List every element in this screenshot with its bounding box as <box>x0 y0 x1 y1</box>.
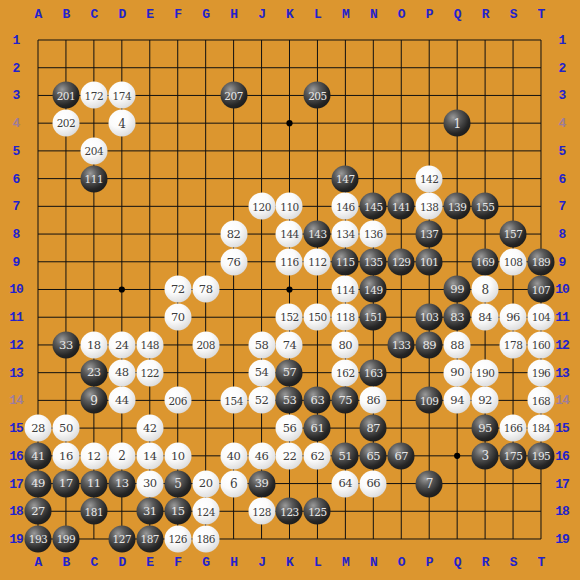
move-number: 58 <box>255 339 269 351</box>
stone-S8[interactable]: 157 <box>500 221 527 248</box>
stone-C6[interactable]: 111 <box>80 165 107 192</box>
row-label-right: 12 <box>555 337 569 352</box>
stone-S12[interactable]: 178 <box>500 331 527 358</box>
column-label-bottom: M <box>342 555 349 570</box>
column-label-bottom: G <box>202 555 209 570</box>
stone-L16[interactable]: 62 <box>304 442 331 469</box>
move-number: 207 <box>224 90 243 101</box>
row-label-left: 5 <box>13 143 20 158</box>
move-number: 139 <box>448 201 467 212</box>
row-label-right: 4 <box>559 116 566 131</box>
move-number: 152 <box>280 312 299 323</box>
stone-T10[interactable]: 107 <box>527 276 554 303</box>
stone-L14[interactable]: 63 <box>304 387 331 414</box>
stone-H9[interactable]: 76 <box>220 248 247 275</box>
stone-F18[interactable]: 15 <box>164 498 191 525</box>
column-label-top: E <box>146 7 153 22</box>
stone-M16[interactable]: 51 <box>332 442 359 469</box>
stone-N11[interactable]: 151 <box>360 304 387 331</box>
move-number: 138 <box>420 201 439 212</box>
move-number: 135 <box>364 257 383 268</box>
move-number: 95 <box>478 422 492 434</box>
move-number: 186 <box>196 534 215 545</box>
column-label-bottom: S <box>510 555 517 570</box>
column-label-bottom: F <box>174 555 181 570</box>
stone-C14[interactable]: 9 <box>80 387 107 414</box>
move-number: 118 <box>336 312 355 323</box>
column-label-bottom: N <box>370 555 377 570</box>
stone-O9[interactable]: 129 <box>388 248 415 275</box>
move-number: 57 <box>283 367 297 379</box>
move-number: 146 <box>336 201 355 212</box>
column-label-top: P <box>426 7 433 22</box>
move-number: 172 <box>85 90 104 101</box>
stone-K12[interactable]: 74 <box>276 331 303 358</box>
move-number: 114 <box>336 284 355 295</box>
row-label-left: 1 <box>13 33 20 48</box>
row-label-right: 11 <box>555 310 569 325</box>
move-number: 201 <box>57 90 76 101</box>
move-number: 115 <box>336 257 355 268</box>
move-number: 154 <box>224 395 243 406</box>
stone-Q12[interactable]: 88 <box>444 331 471 358</box>
stone-R9[interactable]: 169 <box>472 248 499 275</box>
stone-C12[interactable]: 18 <box>80 331 107 358</box>
move-number: 126 <box>168 534 187 545</box>
column-label-bottom: T <box>538 555 545 570</box>
column-label-bottom: R <box>482 555 489 570</box>
row-label-left: 19 <box>9 531 23 546</box>
move-number: 175 <box>504 451 523 462</box>
stone-N7[interactable]: 145 <box>360 193 387 220</box>
stone-F19[interactable]: 126 <box>164 525 191 552</box>
move-number: 63 <box>311 395 325 407</box>
stone-K9[interactable]: 116 <box>276 248 303 275</box>
stone-G12[interactable]: 208 <box>192 331 219 358</box>
stone-F17[interactable]: 5 <box>164 470 191 497</box>
star-point <box>286 120 292 126</box>
row-label-left: 12 <box>9 337 23 352</box>
move-number: 46 <box>255 450 269 462</box>
stone-B4[interactable]: 202 <box>52 110 79 137</box>
stone-P8[interactable]: 137 <box>416 221 443 248</box>
move-number: 7 <box>426 478 433 490</box>
move-number: 86 <box>366 395 380 407</box>
stone-H16[interactable]: 40 <box>220 442 247 469</box>
move-number: 52 <box>255 395 269 407</box>
move-number: 202 <box>57 118 76 129</box>
column-label-top: K <box>286 7 293 22</box>
stone-L9[interactable]: 112 <box>304 248 331 275</box>
row-label-right: 10 <box>555 282 569 297</box>
row-label-right: 6 <box>559 171 566 186</box>
column-label-bottom: K <box>286 555 293 570</box>
stone-L15[interactable]: 61 <box>304 415 331 442</box>
stone-N13[interactable]: 163 <box>360 359 387 386</box>
stone-Q4[interactable]: 1 <box>444 110 471 137</box>
stone-K7[interactable]: 110 <box>276 193 303 220</box>
move-number: 110 <box>280 201 299 212</box>
move-number: 134 <box>336 229 355 240</box>
row-label-left: 4 <box>13 116 20 131</box>
move-number: 87 <box>366 422 380 434</box>
stone-D4[interactable]: 4 <box>108 110 135 137</box>
move-number: 44 <box>115 395 129 407</box>
stone-J17[interactable]: 39 <box>248 470 275 497</box>
move-number: 88 <box>450 339 464 351</box>
stone-J14[interactable]: 52 <box>248 387 275 414</box>
stone-S15[interactable]: 166 <box>500 415 527 442</box>
stone-C13[interactable]: 23 <box>80 359 107 386</box>
stone-T14[interactable]: 168 <box>527 387 554 414</box>
stone-B15[interactable]: 50 <box>52 415 79 442</box>
move-number: 31 <box>143 506 157 518</box>
stone-D19[interactable]: 127 <box>108 525 135 552</box>
stone-M10[interactable]: 114 <box>332 276 359 303</box>
stone-D3[interactable]: 174 <box>108 82 135 109</box>
stone-N15[interactable]: 87 <box>360 415 387 442</box>
move-number: 104 <box>532 312 551 323</box>
move-number: 14 <box>143 450 157 462</box>
move-number: 11 <box>87 478 101 490</box>
move-number: 193 <box>29 534 48 545</box>
stone-J18[interactable]: 128 <box>248 498 275 525</box>
stone-F10[interactable]: 72 <box>164 276 191 303</box>
stone-F14[interactable]: 206 <box>164 387 191 414</box>
column-label-top: N <box>370 7 377 22</box>
stone-D16[interactable]: 2 <box>108 442 135 469</box>
row-label-right: 15 <box>555 421 569 436</box>
move-number: 116 <box>280 257 299 268</box>
move-number: 111 <box>85 173 104 184</box>
move-number: 147 <box>336 173 355 184</box>
stone-L11[interactable]: 150 <box>304 304 331 331</box>
move-number: 122 <box>140 367 159 378</box>
stone-K14[interactable]: 53 <box>276 387 303 414</box>
stone-R11[interactable]: 84 <box>472 304 499 331</box>
move-number: 133 <box>392 340 411 351</box>
stone-S11[interactable]: 96 <box>500 304 527 331</box>
row-label-left: 11 <box>9 310 23 325</box>
stone-J16[interactable]: 46 <box>248 442 275 469</box>
move-number: 6 <box>230 478 237 490</box>
stone-O16[interactable]: 67 <box>388 442 415 469</box>
stone-M7[interactable]: 146 <box>332 193 359 220</box>
stone-E12[interactable]: 148 <box>136 331 163 358</box>
stone-C18[interactable]: 181 <box>80 498 107 525</box>
column-label-bottom: L <box>314 555 321 570</box>
move-number: 109 <box>420 395 439 406</box>
row-label-right: 8 <box>559 227 566 242</box>
column-label-top: O <box>398 7 405 22</box>
stone-N14[interactable]: 86 <box>360 387 387 414</box>
stone-P11[interactable]: 103 <box>416 304 443 331</box>
stone-P9[interactable]: 101 <box>416 248 443 275</box>
stone-M12[interactable]: 80 <box>332 331 359 358</box>
stone-A16[interactable]: 41 <box>25 442 52 469</box>
move-number: 195 <box>532 451 551 462</box>
move-number: 163 <box>364 367 383 378</box>
move-number: 150 <box>308 312 327 323</box>
move-number: 80 <box>339 339 353 351</box>
move-number: 189 <box>532 257 551 268</box>
stone-C17[interactable]: 11 <box>80 470 107 497</box>
column-label-top: H <box>230 7 237 22</box>
stone-A19[interactable]: 193 <box>25 525 52 552</box>
stone-R14[interactable]: 92 <box>472 387 499 414</box>
stone-C16[interactable]: 12 <box>80 442 107 469</box>
stone-E13[interactable]: 122 <box>136 359 163 386</box>
stone-D17[interactable]: 13 <box>108 470 135 497</box>
move-number: 141 <box>392 201 411 212</box>
move-number: 61 <box>311 422 325 434</box>
move-number: 125 <box>308 506 327 517</box>
stone-M11[interactable]: 118 <box>332 304 359 331</box>
stone-K11[interactable]: 152 <box>276 304 303 331</box>
move-number: 39 <box>255 478 269 490</box>
stone-A15[interactable]: 28 <box>25 415 52 442</box>
stone-P17[interactable]: 7 <box>416 470 443 497</box>
star-point <box>286 286 292 292</box>
move-number: 67 <box>394 450 408 462</box>
move-number: 48 <box>115 367 129 379</box>
column-label-bottom: J <box>258 555 265 570</box>
row-label-left: 18 <box>9 504 23 519</box>
stone-M17[interactable]: 64 <box>332 470 359 497</box>
stone-R10[interactable]: 8 <box>472 276 499 303</box>
move-number: 83 <box>450 311 464 323</box>
move-number: 66 <box>366 478 380 490</box>
stone-H14[interactable]: 154 <box>220 387 247 414</box>
move-number: 20 <box>199 478 213 490</box>
move-number: 4 <box>118 117 125 129</box>
stone-B19[interactable]: 199 <box>52 525 79 552</box>
row-label-left: 3 <box>13 88 20 103</box>
move-number: 12 <box>87 450 101 462</box>
stone-E18[interactable]: 31 <box>136 498 163 525</box>
column-label-top: R <box>482 7 489 22</box>
star-point <box>454 453 460 459</box>
stone-R7[interactable]: 155 <box>472 193 499 220</box>
move-number: 204 <box>85 146 104 157</box>
stone-J12[interactable]: 58 <box>248 331 275 358</box>
stone-Q13[interactable]: 90 <box>444 359 471 386</box>
stone-Q10[interactable]: 99 <box>444 276 471 303</box>
move-number: 208 <box>196 340 215 351</box>
move-number: 72 <box>171 284 185 296</box>
stone-R13[interactable]: 190 <box>472 359 499 386</box>
stone-H8[interactable]: 82 <box>220 221 247 248</box>
row-label-right: 3 <box>559 88 566 103</box>
move-number: 196 <box>532 367 551 378</box>
stone-M9[interactable]: 115 <box>332 248 359 275</box>
stone-C3[interactable]: 172 <box>80 82 107 109</box>
move-number: 169 <box>476 257 495 268</box>
move-number: 28 <box>31 422 45 434</box>
stone-S16[interactable]: 175 <box>500 442 527 469</box>
go-board[interactable]: AABBCCDDEEFFGGHHJJKKLLMMNNOOPPQQRRSSTT11… <box>0 0 580 580</box>
stone-H17[interactable]: 6 <box>220 470 247 497</box>
row-label-left: 10 <box>9 282 23 297</box>
stone-E17[interactable]: 30 <box>136 470 163 497</box>
stone-M13[interactable]: 162 <box>332 359 359 386</box>
stone-P12[interactable]: 89 <box>416 331 443 358</box>
move-number: 184 <box>532 423 551 434</box>
stone-T9[interactable]: 189 <box>527 248 554 275</box>
move-number: 78 <box>199 284 213 296</box>
stone-G19[interactable]: 186 <box>192 525 219 552</box>
stone-K18[interactable]: 123 <box>276 498 303 525</box>
row-label-left: 17 <box>9 476 23 491</box>
stone-M6[interactable]: 147 <box>332 165 359 192</box>
stone-P7[interactable]: 138 <box>416 193 443 220</box>
column-label-top: C <box>90 7 97 22</box>
move-number: 65 <box>366 450 380 462</box>
column-label-bottom: C <box>90 555 97 570</box>
stone-N8[interactable]: 136 <box>360 221 387 248</box>
column-label-top: B <box>63 7 70 22</box>
move-number: 94 <box>450 395 464 407</box>
move-number: 75 <box>339 395 353 407</box>
row-label-right: 1 <box>559 33 566 48</box>
stone-Q7[interactable]: 139 <box>444 193 471 220</box>
stone-P14[interactable]: 109 <box>416 387 443 414</box>
stone-N16[interactable]: 65 <box>360 442 387 469</box>
column-label-bottom: O <box>398 555 405 570</box>
stone-R16[interactable]: 3 <box>472 442 499 469</box>
row-label-left: 6 <box>13 171 20 186</box>
stone-B12[interactable]: 33 <box>52 331 79 358</box>
stone-O12[interactable]: 133 <box>388 331 415 358</box>
move-number: 108 <box>504 257 523 268</box>
stone-G18[interactable]: 124 <box>192 498 219 525</box>
stone-E15[interactable]: 42 <box>136 415 163 442</box>
stone-R15[interactable]: 95 <box>472 415 499 442</box>
stone-D12[interactable]: 24 <box>108 331 135 358</box>
stone-M14[interactable]: 75 <box>332 387 359 414</box>
stone-K8[interactable]: 144 <box>276 221 303 248</box>
stone-J7[interactable]: 120 <box>248 193 275 220</box>
move-number: 99 <box>450 284 464 296</box>
stone-D13[interactable]: 48 <box>108 359 135 386</box>
move-number: 145 <box>364 201 383 212</box>
move-number: 137 <box>420 229 439 240</box>
stone-P6[interactable]: 142 <box>416 165 443 192</box>
stone-D14[interactable]: 44 <box>108 387 135 414</box>
stone-C5[interactable]: 204 <box>80 137 107 164</box>
stone-G17[interactable]: 20 <box>192 470 219 497</box>
move-number: 174 <box>113 90 132 101</box>
stone-O7[interactable]: 141 <box>388 193 415 220</box>
stone-A18[interactable]: 27 <box>25 498 52 525</box>
stone-B17[interactable]: 17 <box>52 470 79 497</box>
stone-L18[interactable]: 125 <box>304 498 331 525</box>
stone-A17[interactable]: 49 <box>25 470 52 497</box>
stone-F16[interactable]: 10 <box>164 442 191 469</box>
stone-T13[interactable]: 196 <box>527 359 554 386</box>
move-number: 155 <box>476 201 495 212</box>
row-label-left: 7 <box>13 199 20 214</box>
move-number: 62 <box>311 450 325 462</box>
stone-L8[interactable]: 143 <box>304 221 331 248</box>
column-label-top: F <box>174 7 181 22</box>
stone-F11[interactable]: 70 <box>164 304 191 331</box>
stone-B16[interactable]: 16 <box>52 442 79 469</box>
move-number: 103 <box>420 312 439 323</box>
stone-Q14[interactable]: 94 <box>444 387 471 414</box>
stone-L3[interactable]: 205 <box>304 82 331 109</box>
row-label-right: 9 <box>559 254 566 269</box>
move-number: 74 <box>283 339 297 351</box>
row-label-right: 17 <box>555 476 569 491</box>
row-label-right: 7 <box>559 199 566 214</box>
move-number: 199 <box>57 534 76 545</box>
stone-N17[interactable]: 66 <box>360 470 387 497</box>
column-label-top: G <box>202 7 209 22</box>
stone-B3[interactable]: 201 <box>52 82 79 109</box>
stone-S9[interactable]: 108 <box>500 248 527 275</box>
move-number: 70 <box>171 311 185 323</box>
move-number: 92 <box>478 395 492 407</box>
column-label-top: Q <box>454 7 461 22</box>
row-label-right: 13 <box>555 365 569 380</box>
stone-T11[interactable]: 104 <box>527 304 554 331</box>
row-label-right: 2 <box>559 60 566 75</box>
move-number: 107 <box>532 284 551 295</box>
move-number: 18 <box>87 339 101 351</box>
column-label-top: S <box>510 7 517 22</box>
move-number: 53 <box>283 395 297 407</box>
move-number: 190 <box>476 367 495 378</box>
stone-N9[interactable]: 135 <box>360 248 387 275</box>
move-number: 142 <box>420 173 439 184</box>
stone-G10[interactable]: 78 <box>192 276 219 303</box>
column-label-bottom: D <box>118 555 125 570</box>
stone-E19[interactable]: 187 <box>136 525 163 552</box>
move-number: 101 <box>420 257 439 268</box>
move-number: 178 <box>504 340 523 351</box>
stone-T16[interactable]: 195 <box>527 442 554 469</box>
move-number: 30 <box>143 478 157 490</box>
move-number: 24 <box>115 339 129 351</box>
stone-T15[interactable]: 184 <box>527 415 554 442</box>
move-number: 143 <box>308 229 327 240</box>
stone-K16[interactable]: 22 <box>276 442 303 469</box>
stone-H3[interactable]: 207 <box>220 82 247 109</box>
column-label-top: J <box>258 7 265 22</box>
stone-E16[interactable]: 14 <box>136 442 163 469</box>
move-number: 162 <box>336 367 355 378</box>
stone-J13[interactable]: 54 <box>248 359 275 386</box>
stone-N10[interactable]: 149 <box>360 276 387 303</box>
move-number: 112 <box>308 257 327 268</box>
move-number: 128 <box>252 506 271 517</box>
move-number: 41 <box>31 450 45 462</box>
stone-T12[interactable]: 160 <box>527 331 554 358</box>
stone-K13[interactable]: 57 <box>276 359 303 386</box>
move-number: 22 <box>283 450 297 462</box>
move-number: 23 <box>87 367 101 379</box>
move-number: 64 <box>339 478 353 490</box>
move-number: 10 <box>171 450 185 462</box>
move-number: 205 <box>308 90 327 101</box>
move-number: 151 <box>364 312 383 323</box>
stone-M8[interactable]: 134 <box>332 221 359 248</box>
move-number: 136 <box>364 229 383 240</box>
column-label-top: M <box>342 7 349 22</box>
stone-Q11[interactable]: 83 <box>444 304 471 331</box>
stone-K15[interactable]: 56 <box>276 415 303 442</box>
